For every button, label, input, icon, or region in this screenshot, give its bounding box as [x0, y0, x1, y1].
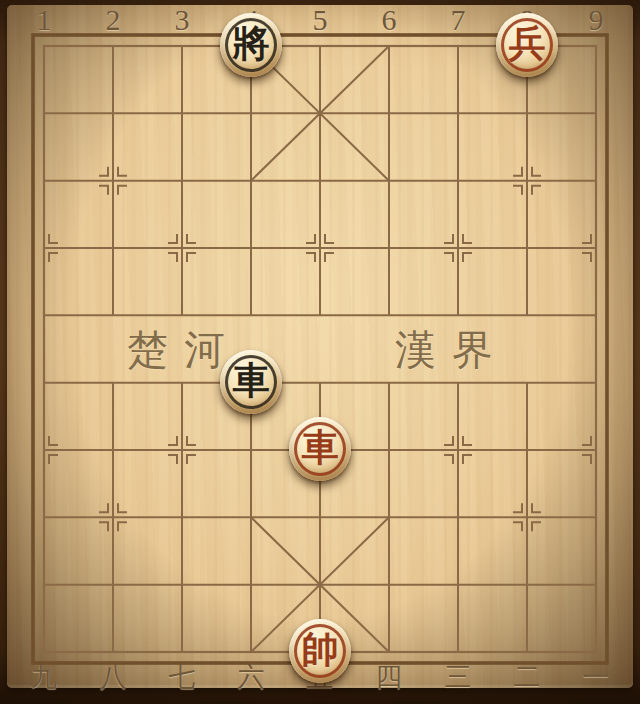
- grid-lines: [0, 0, 640, 704]
- piece-glyph: 車: [289, 416, 351, 480]
- piece-black-general[interactable]: 將: [220, 13, 282, 77]
- piece-black-chariot[interactable]: 車: [220, 350, 282, 414]
- piece-red-chariot[interactable]: 車: [289, 417, 351, 481]
- piece-glyph: 兵: [496, 12, 558, 76]
- piece-glyph: 帥: [289, 618, 351, 682]
- piece-glyph: 將: [220, 12, 282, 76]
- piece-glyph: 車: [220, 349, 282, 413]
- piece-red-soldier[interactable]: 兵: [496, 13, 558, 77]
- piece-red-general[interactable]: 帥: [289, 619, 351, 683]
- table-background: 楚河 漢界 123456789九八七六五四三二一 將兵車車帥: [0, 0, 640, 704]
